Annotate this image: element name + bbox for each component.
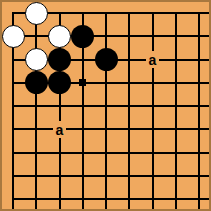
grid-line-vertical bbox=[105, 12, 107, 211]
grid-line-horizontal bbox=[12, 128, 211, 130]
grid-line-horizontal bbox=[12, 152, 211, 154]
grid-line-horizontal bbox=[12, 175, 211, 177]
grid-line-horizontal bbox=[12, 198, 211, 200]
white-stone bbox=[2, 25, 25, 48]
black-stone bbox=[71, 25, 94, 48]
grid-line-horizontal bbox=[12, 105, 211, 107]
go-board-diagram: aa bbox=[0, 0, 211, 211]
black-stone bbox=[48, 48, 71, 71]
white-stone bbox=[25, 2, 48, 25]
grid-line-vertical bbox=[175, 12, 177, 211]
square-marker bbox=[79, 79, 86, 86]
point-label-a: a bbox=[146, 51, 159, 68]
grid-line-vertical bbox=[128, 12, 130, 211]
white-stone bbox=[25, 48, 48, 71]
black-stone bbox=[95, 48, 118, 71]
black-stone bbox=[48, 71, 71, 94]
grid-line-horizontal bbox=[12, 35, 211, 37]
point-label-a: a bbox=[53, 121, 66, 138]
white-stone bbox=[48, 25, 71, 48]
grid-line-vertical bbox=[152, 12, 154, 211]
black-stone bbox=[25, 71, 48, 94]
grid-line-vertical bbox=[198, 12, 200, 211]
grid-line-vertical bbox=[35, 12, 37, 211]
go-board: aa bbox=[0, 0, 211, 211]
